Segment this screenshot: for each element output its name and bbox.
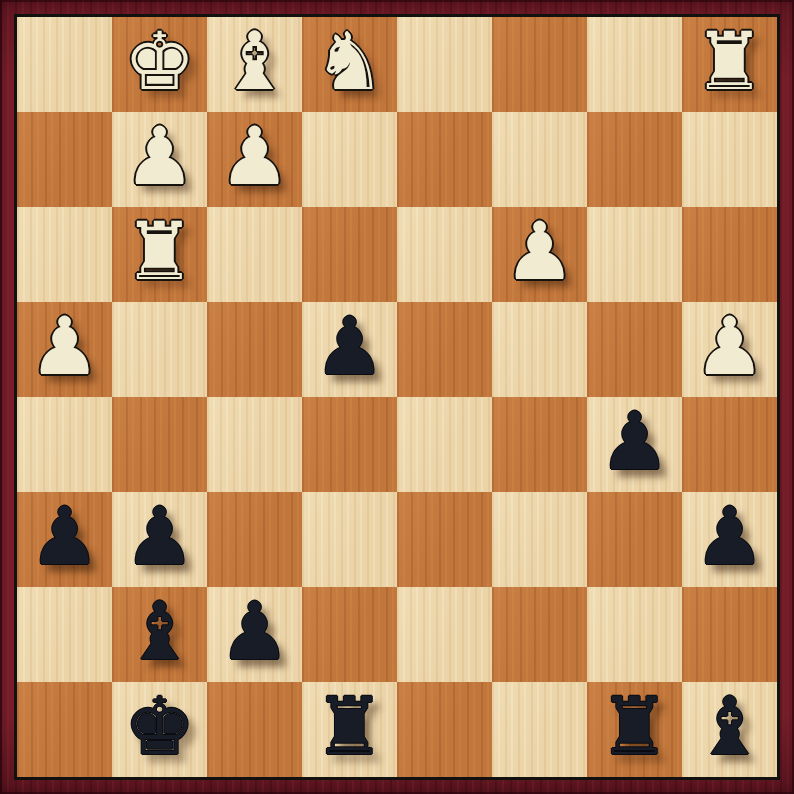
square-g6[interactable] [587,207,682,302]
square-g3[interactable] [587,492,682,587]
black-king-piece[interactable]: ♚ [124,687,196,767]
square-c4[interactable] [207,397,302,492]
square-d2[interactable] [302,587,397,682]
black-pawn-piece[interactable]: ♟ [314,307,386,387]
square-f4[interactable] [492,397,587,492]
board-frame: ♚♝♞♜♟♟♜♟♟♟♟♟♟♟♟♝♟♚♜♜♝ [0,0,794,794]
square-b7[interactable]: ♟ [112,112,207,207]
chess-app: ♚♝♞♜♟♟♜♟♟♟♟♟♟♟♟♝♟♚♜♜♝ [0,0,794,794]
black-pawn-piece[interactable]: ♟ [124,497,196,577]
black-pawn-piece[interactable]: ♟ [694,497,766,577]
square-h4[interactable] [682,397,777,492]
square-c3[interactable] [207,492,302,587]
white-knight-piece[interactable]: ♞ [314,22,386,102]
square-g1[interactable]: ♜ [587,682,682,777]
square-a4[interactable] [17,397,112,492]
square-a8[interactable] [17,17,112,112]
square-a3[interactable]: ♟ [17,492,112,587]
square-b6[interactable]: ♜ [112,207,207,302]
square-f6[interactable]: ♟ [492,207,587,302]
square-b1[interactable]: ♚ [112,682,207,777]
square-e6[interactable] [397,207,492,302]
square-e5[interactable] [397,302,492,397]
square-c5[interactable] [207,302,302,397]
square-d5[interactable]: ♟ [302,302,397,397]
black-bishop-piece[interactable]: ♝ [124,592,196,672]
square-a2[interactable] [17,587,112,682]
square-d6[interactable] [302,207,397,302]
square-d4[interactable] [302,397,397,492]
white-rook-piece[interactable]: ♜ [694,22,766,102]
square-g5[interactable] [587,302,682,397]
square-h8[interactable]: ♜ [682,17,777,112]
square-h6[interactable] [682,207,777,302]
black-pawn-piece[interactable]: ♟ [219,592,291,672]
square-d7[interactable] [302,112,397,207]
square-h7[interactable] [682,112,777,207]
white-pawn-piece[interactable]: ♟ [694,307,766,387]
square-h3[interactable]: ♟ [682,492,777,587]
square-c7[interactable]: ♟ [207,112,302,207]
square-e2[interactable] [397,587,492,682]
black-pawn-piece[interactable]: ♟ [599,402,671,482]
square-h5[interactable]: ♟ [682,302,777,397]
square-b2[interactable]: ♝ [112,587,207,682]
square-f1[interactable] [492,682,587,777]
black-pawn-piece[interactable]: ♟ [29,497,101,577]
square-g2[interactable] [587,587,682,682]
square-g4[interactable]: ♟ [587,397,682,492]
white-pawn-piece[interactable]: ♟ [124,117,196,197]
square-f2[interactable] [492,587,587,682]
square-a6[interactable] [17,207,112,302]
white-pawn-piece[interactable]: ♟ [219,117,291,197]
square-c8[interactable]: ♝ [207,17,302,112]
square-b8[interactable]: ♚ [112,17,207,112]
square-a5[interactable]: ♟ [17,302,112,397]
black-bishop-piece[interactable]: ♝ [694,687,766,767]
white-pawn-piece[interactable]: ♟ [29,307,101,387]
square-c1[interactable] [207,682,302,777]
square-f3[interactable] [492,492,587,587]
square-d1[interactable]: ♜ [302,682,397,777]
white-king-piece[interactable]: ♚ [124,22,196,102]
square-b3[interactable]: ♟ [112,492,207,587]
black-rook-piece[interactable]: ♜ [599,687,671,767]
black-rook-piece[interactable]: ♜ [314,687,386,767]
chess-board: ♚♝♞♜♟♟♜♟♟♟♟♟♟♟♟♝♟♚♜♜♝ [14,14,780,780]
white-bishop-piece[interactable]: ♝ [219,22,291,102]
square-d3[interactable] [302,492,397,587]
square-e3[interactable] [397,492,492,587]
square-b5[interactable] [112,302,207,397]
square-b4[interactable] [112,397,207,492]
square-a1[interactable] [17,682,112,777]
square-e7[interactable] [397,112,492,207]
square-g8[interactable] [587,17,682,112]
square-h2[interactable] [682,587,777,682]
square-f5[interactable] [492,302,587,397]
white-rook-piece[interactable]: ♜ [124,212,196,292]
square-f7[interactable] [492,112,587,207]
square-e8[interactable] [397,17,492,112]
square-g7[interactable] [587,112,682,207]
square-c2[interactable]: ♟ [207,587,302,682]
square-h1[interactable]: ♝ [682,682,777,777]
square-a7[interactable] [17,112,112,207]
square-e1[interactable] [397,682,492,777]
square-c6[interactable] [207,207,302,302]
square-d8[interactable]: ♞ [302,17,397,112]
white-pawn-piece[interactable]: ♟ [504,212,576,292]
square-f8[interactable] [492,17,587,112]
square-e4[interactable] [397,397,492,492]
